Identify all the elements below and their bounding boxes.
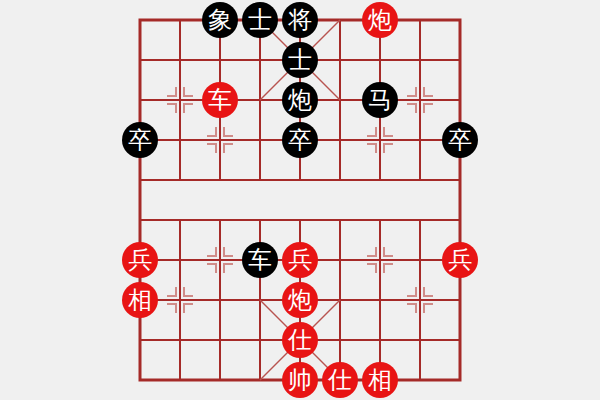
piece-red-advisor[interactable]: 仕: [322, 362, 358, 398]
piece-red-soldier[interactable]: 兵: [122, 242, 158, 278]
piece-black-general[interactable]: 将: [282, 2, 318, 38]
piece-black-chariot[interactable]: 车: [242, 242, 278, 278]
piece-red-soldier[interactable]: 兵: [442, 242, 478, 278]
xiangqi-board: 象士将炮士车炮马卒卒卒兵车兵兵相炮仕帅仕相: [140, 20, 460, 380]
piece-red-advisor[interactable]: 仕: [282, 322, 318, 358]
piece-red-elephant[interactable]: 相: [362, 362, 398, 398]
piece-black-horse[interactable]: 马: [362, 82, 398, 118]
piece-red-cannon[interactable]: 炮: [282, 282, 318, 318]
piece-red-general[interactable]: 帅: [282, 362, 318, 398]
piece-black-soldier[interactable]: 卒: [122, 122, 158, 158]
piece-black-advisor[interactable]: 士: [282, 42, 318, 78]
piece-red-soldier[interactable]: 兵: [282, 242, 318, 278]
piece-black-soldier[interactable]: 卒: [442, 122, 478, 158]
piece-black-cannon[interactable]: 炮: [282, 82, 318, 118]
piece-black-advisor[interactable]: 士: [242, 2, 278, 38]
pieces-layer: 象士将炮士车炮马卒卒卒兵车兵兵相炮仕帅仕相: [120, 0, 480, 400]
piece-red-cannon[interactable]: 炮: [362, 2, 398, 38]
piece-black-elephant[interactable]: 象: [202, 2, 238, 38]
piece-red-chariot[interactable]: 车: [202, 82, 238, 118]
piece-red-elephant[interactable]: 相: [122, 282, 158, 318]
xiangqi-screen: 象士将炮士车炮马卒卒卒兵车兵兵相炮仕帅仕相: [0, 0, 600, 400]
piece-black-soldier[interactable]: 卒: [282, 122, 318, 158]
